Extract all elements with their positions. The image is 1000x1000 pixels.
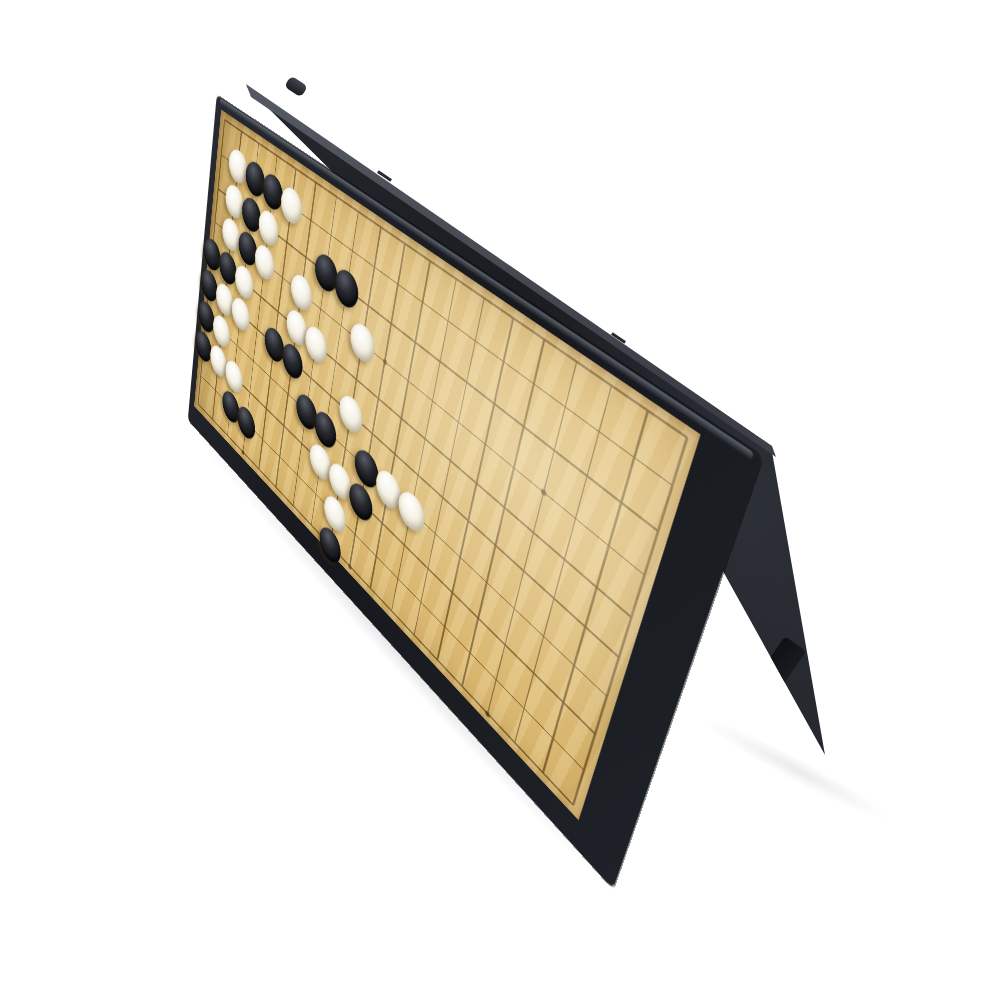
star-point [348,562,352,569]
grid-line-horizontal [215,221,645,575]
grid-line-horizontal [203,346,595,735]
grid-line-vertical [487,361,578,714]
hinge-knuckle [284,76,308,98]
ground-shadow-back-panel [697,710,893,828]
board-half-wrap [188,95,763,889]
go-board-surface [194,110,701,821]
stone-black [333,264,361,315]
grid-line-vertical [572,437,688,806]
grid-line-vertical [542,410,649,774]
grid-line-vertical [461,339,545,687]
stone-white [348,317,377,369]
grid-line-vertical [391,279,457,612]
star-point [241,449,244,455]
stone-white [254,240,276,286]
stone-white [338,389,365,440]
board-half-front [188,95,763,889]
go-set-product-photo [0,0,1000,1000]
stone-black [236,401,256,445]
stone-white [279,183,303,230]
stone-white [303,320,328,369]
stone-white [227,145,248,189]
grid-line-horizontal [198,404,573,806]
